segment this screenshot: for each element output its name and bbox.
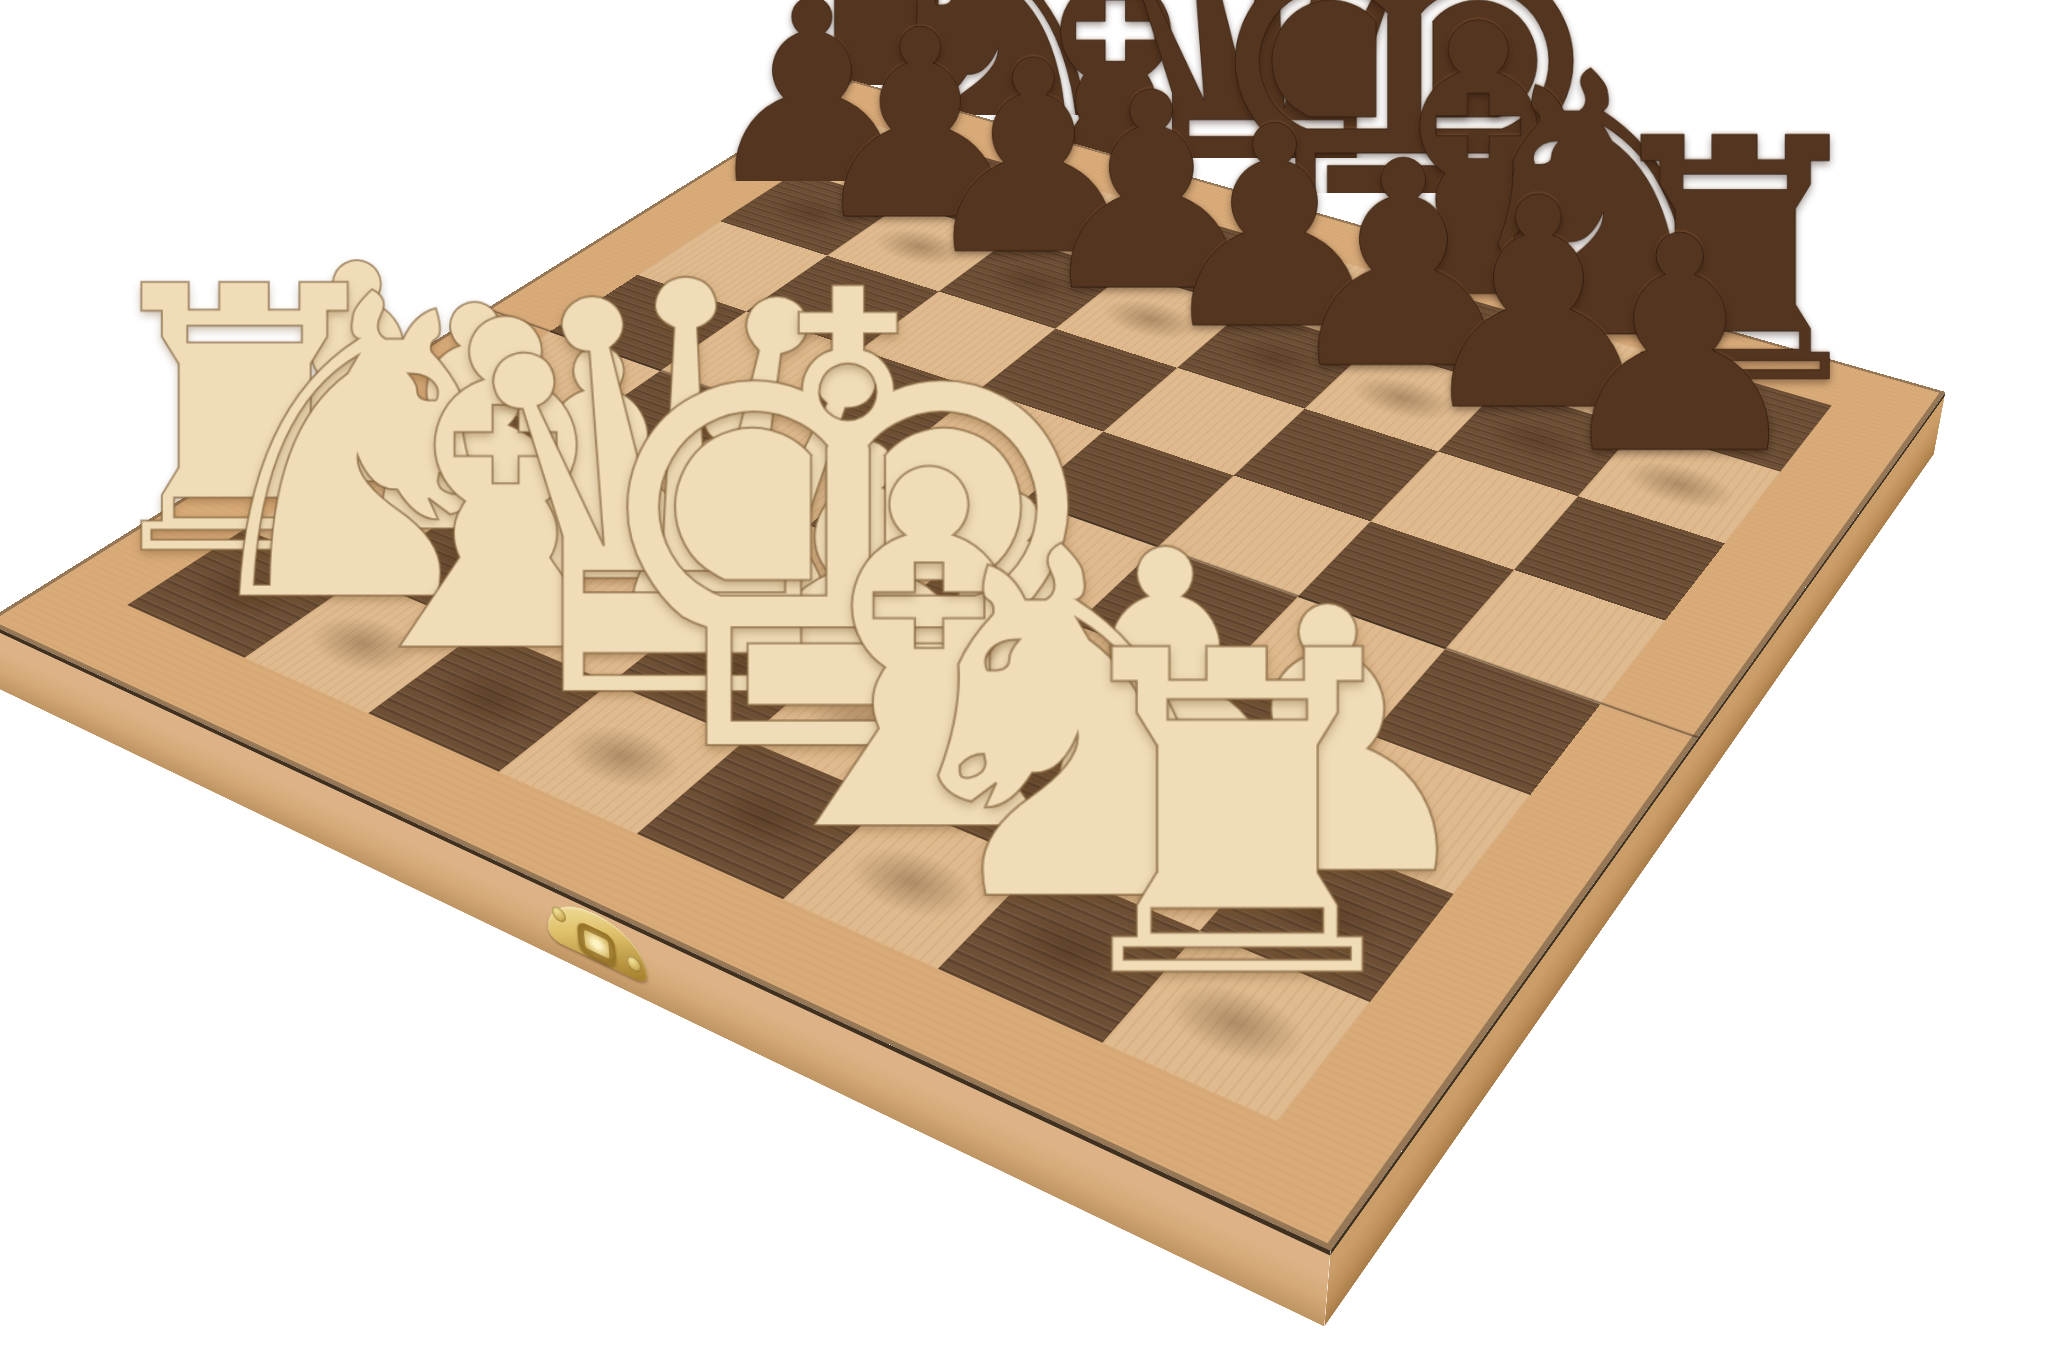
board-squares: ♜♞♝♛♚♝♞♜♟♟♟♟♟♟♟♟♟♟♟♟♟♟♟♟♜♞♝♛♚♝♞♜ bbox=[127, 124, 1832, 1121]
white-rook[interactable]: ♜ bbox=[1020, 594, 1453, 1040]
square-h1[interactable]: ♜ bbox=[1102, 931, 1369, 1121]
product-photo-scene: ♜♞♝♛♚♝♞♜♟♟♟♟♟♟♟♟♟♟♟♟♟♟♟♟♜♞♝♛♚♝♞♜ bbox=[0, 0, 2047, 1366]
black-pawn[interactable]: ♟ bbox=[1511, 198, 1848, 495]
chess-board: ♜♞♝♛♚♝♞♜♟♟♟♟♟♟♟♟♟♟♟♟♟♟♟♟♜♞♝♛♚♝♞♜ bbox=[0, 80, 1945, 1250]
square-h7[interactable]: ♟ bbox=[1578, 428, 1780, 543]
folding-chess-box: ♜♞♝♛♚♝♞♜♟♟♟♟♟♟♟♟♟♟♟♟♟♟♟♟♜♞♝♛♚♝♞♜ bbox=[0, 80, 1945, 1250]
